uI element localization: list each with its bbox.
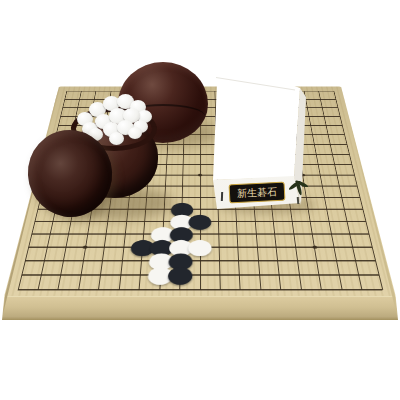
stone-box-stamp [297,197,299,204]
stone-box-label-text: 新生碁石 [237,186,277,198]
go-set-photo: ●●●●●●●●●●●●● 新生碁石 [0,0,400,400]
stone-box-edge-mark [221,192,223,201]
stone-box-label: 新生碁石 [229,182,286,204]
bamboo-icon [287,177,310,200]
